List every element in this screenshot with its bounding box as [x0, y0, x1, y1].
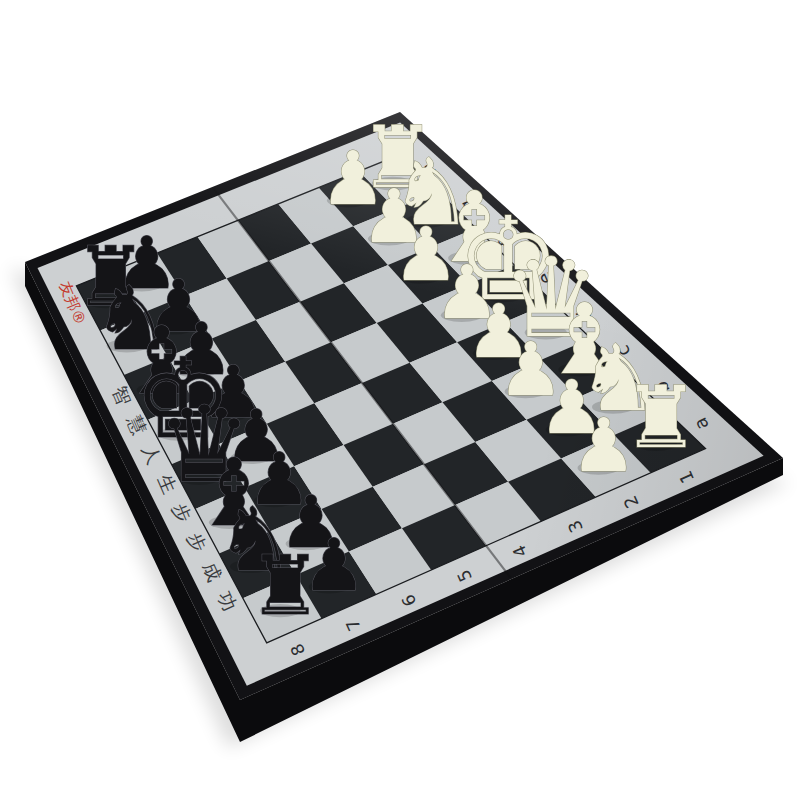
piece-white-pawn-a2: ♟	[570, 402, 636, 488]
chess-board-photo: abcdefgh87654321智慧人生步步成功友邦®♜♟♞♟♝♟♟♚♜♟♟♛♞…	[0, 0, 800, 800]
product-photo-chess-set: abcdefgh87654321智慧人生步步成功友邦®♜♟♞♟♝♟♟♚♜♟♟♛♞…	[0, 0, 800, 800]
piece-black-rook-a8: ♜	[249, 538, 322, 633]
